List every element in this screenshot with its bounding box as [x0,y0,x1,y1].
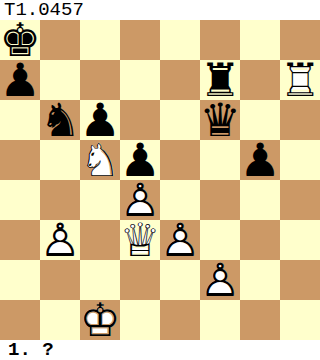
square-f1[interactable] [200,300,240,340]
square-a1[interactable] [0,300,40,340]
square-h3[interactable] [280,220,320,260]
square-g6[interactable] [240,100,280,140]
white-pawn-icon: ♟♙ [200,260,240,300]
square-e8[interactable] [160,20,200,60]
square-e7[interactable] [160,60,200,100]
square-h8[interactable] [280,20,320,60]
square-g4[interactable] [240,180,280,220]
square-a4[interactable] [0,180,40,220]
square-a3[interactable] [0,220,40,260]
white-rook-icon: ♜♖ [280,60,320,100]
square-c4[interactable] [80,180,120,220]
square-h5[interactable] [280,140,320,180]
square-h7[interactable]: ♜♖ [280,60,320,100]
black-rook-icon: ♜ [200,60,240,100]
square-d8[interactable] [120,20,160,60]
square-c6[interactable]: ♟ [80,100,120,140]
square-g8[interactable] [240,20,280,60]
black-pawn-icon: ♟ [240,140,280,180]
square-e3[interactable]: ♟♙ [160,220,200,260]
square-g3[interactable] [240,220,280,260]
square-d2[interactable] [120,260,160,300]
square-b4[interactable] [40,180,80,220]
square-b8[interactable] [40,20,80,60]
square-e4[interactable] [160,180,200,220]
black-pawn-icon: ♟ [0,60,40,100]
square-e5[interactable] [160,140,200,180]
square-f2[interactable]: ♟♙ [200,260,240,300]
square-g2[interactable] [240,260,280,300]
square-a7[interactable]: ♟ [0,60,40,100]
square-d4[interactable]: ♟♙ [120,180,160,220]
black-pawn-icon: ♟ [80,100,120,140]
chess-board: ♚♟♜♜♖♞♟♛♞♘♟♟♟♙♟♙♛♕♟♙♟♙♚♔ [0,20,320,340]
square-f4[interactable] [200,180,240,220]
square-c1[interactable]: ♚♔ [80,300,120,340]
square-b7[interactable] [40,60,80,100]
white-king-icon: ♚♔ [80,300,120,340]
square-c7[interactable] [80,60,120,100]
square-e6[interactable] [160,100,200,140]
square-a2[interactable] [0,260,40,300]
white-knight-icon: ♞♘ [80,140,120,180]
square-c8[interactable] [80,20,120,60]
square-a8[interactable]: ♚ [0,20,40,60]
black-queen-icon: ♛ [200,100,240,140]
black-king-icon: ♚ [0,20,40,60]
square-d1[interactable] [120,300,160,340]
square-b1[interactable] [40,300,80,340]
square-h4[interactable] [280,180,320,220]
chess-trainer-window: T1.0457 ♚♟♜♜♖♞♟♛♞♘♟♟♟♙♟♙♛♕♟♙♟♙♚♔ 1. ? [0,0,320,360]
square-b2[interactable] [40,260,80,300]
square-g5[interactable]: ♟ [240,140,280,180]
white-pawn-icon: ♟♙ [160,220,200,260]
square-c5[interactable]: ♞♘ [80,140,120,180]
square-f6[interactable]: ♛ [200,100,240,140]
square-c3[interactable] [80,220,120,260]
square-a5[interactable] [0,140,40,180]
square-f3[interactable] [200,220,240,260]
square-h6[interactable] [280,100,320,140]
black-pawn-icon: ♟ [120,140,160,180]
square-d7[interactable] [120,60,160,100]
move-prompt: 1. ? [0,340,320,360]
square-b3[interactable]: ♟♙ [40,220,80,260]
square-h1[interactable] [280,300,320,340]
square-e1[interactable] [160,300,200,340]
square-a6[interactable] [0,100,40,140]
square-d6[interactable] [120,100,160,140]
square-h2[interactable] [280,260,320,300]
square-c2[interactable] [80,260,120,300]
square-f8[interactable] [200,20,240,60]
square-f5[interactable] [200,140,240,180]
square-b6[interactable]: ♞ [40,100,80,140]
square-d3[interactable]: ♛♕ [120,220,160,260]
square-g7[interactable] [240,60,280,100]
puzzle-title: T1.0457 [0,0,320,20]
square-f7[interactable]: ♜ [200,60,240,100]
white-queen-icon: ♛♕ [120,220,160,260]
square-b5[interactable] [40,140,80,180]
white-pawn-icon: ♟♙ [40,220,80,260]
square-g1[interactable] [240,300,280,340]
white-pawn-icon: ♟♙ [120,180,160,220]
square-d5[interactable]: ♟ [120,140,160,180]
square-e2[interactable] [160,260,200,300]
black-knight-icon: ♞ [40,100,80,140]
